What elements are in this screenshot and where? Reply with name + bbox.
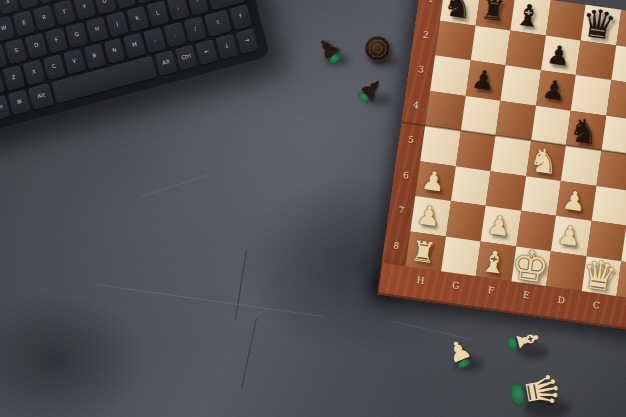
key-': ' [187,0,210,16]
key-Y: Y [73,0,96,20]
rank-label-6: 6 [399,169,414,181]
captured-black-bishop-top-view [365,36,390,61]
key-J: J [106,11,129,37]
key-E: E [13,11,36,37]
key-U: U [93,0,116,15]
key-Z: Z [2,65,25,91]
key-M: M [123,33,146,59]
rank-label-8: 8 [389,239,404,251]
piece-white-king-e8: ♚ [509,246,549,286]
square-e8: ♚ [511,246,551,286]
key-→: → [236,28,259,54]
square-g5 [455,131,495,171]
rank-label-2: 2 [418,28,433,40]
square-e5: ♞ [526,140,566,180]
square-c6 [591,185,626,225]
piece-glyph: ♛ [517,368,565,412]
key-.: . [164,22,187,48]
rank-label-4: 4 [408,99,423,111]
key-H: H [86,17,109,43]
key-V: V [63,49,86,75]
key-⊞: ⊞ [8,89,31,115]
key-D: D [25,33,48,59]
square-h5 [420,126,460,166]
piece-white-bishop-f8: ♝ [474,241,514,283]
square-f6 [486,171,526,211]
key-Alt: Alt [155,50,178,76]
key-↓: ↓ [215,34,238,60]
key-3: 3 [0,0,19,15]
scratch-line [142,174,209,197]
key-C: C [43,54,66,80]
key-←: ← [195,39,218,65]
square-d6: ♟ [556,181,596,221]
crack-line [241,318,257,389]
square-e3: ♟ [536,70,576,110]
piece-white-queen-c8: ♛ [579,256,619,297]
key-B: B [83,43,106,69]
key-Ctrl: Ctrl [175,45,198,71]
piece-white-rook-h8: ♜ [403,231,443,273]
rank-label-7: 7 [394,204,409,216]
square-d5 [561,145,601,185]
square-g2 [470,25,510,65]
key-R: R [33,5,56,31]
square-c3 [606,80,626,120]
key-;: ; [166,0,189,21]
key-N: N [103,38,126,64]
square-d2 [576,40,616,80]
square-e2: ♟ [541,35,581,75]
key-⇧: ⇧ [204,10,232,37]
black-bishop-top-view [365,36,390,61]
key-,: , [144,27,167,53]
rank-label-5: 5 [403,134,418,146]
key-T: T [53,0,76,26]
crack-line [235,250,247,320]
square-h7: ♟ [410,196,450,236]
piece-black-queen-d1: ♛ [579,4,619,45]
photo-scene: EscF1F2F3F4F5F6F7F8F9F10F11F12`123456789… [0,0,626,417]
key-Alt: Alt [28,83,54,110]
square-g6 [451,166,491,206]
keyboard: EscF1F2F3F4F5F6F7F8F9F10F11F12`123456789… [0,0,271,140]
rank-label-3: 3 [413,64,428,76]
key-↑: ↑ [229,4,252,30]
square-h8: ♜ [405,231,445,271]
square-h2 [435,20,475,60]
square-h6: ♟ [415,161,455,201]
board-grid: ♞♜♝♛♟♟♟♞♞♟♟♟♟♟♜♝♚♛ [405,0,626,306]
key-X: X [22,60,45,86]
square-f1: ♝ [510,0,550,35]
key-/: / [184,16,207,42]
key-S: S [5,38,28,64]
key-F: F [45,28,68,54]
key-L: L [146,1,169,27]
key-K: K [126,6,149,32]
square-g3: ♟ [465,60,505,100]
square-c5 [596,150,626,190]
key-G: G [65,22,88,48]
square-c8: ♛ [581,256,621,296]
square-d1: ♛ [581,5,621,45]
scratch-line [96,284,324,317]
